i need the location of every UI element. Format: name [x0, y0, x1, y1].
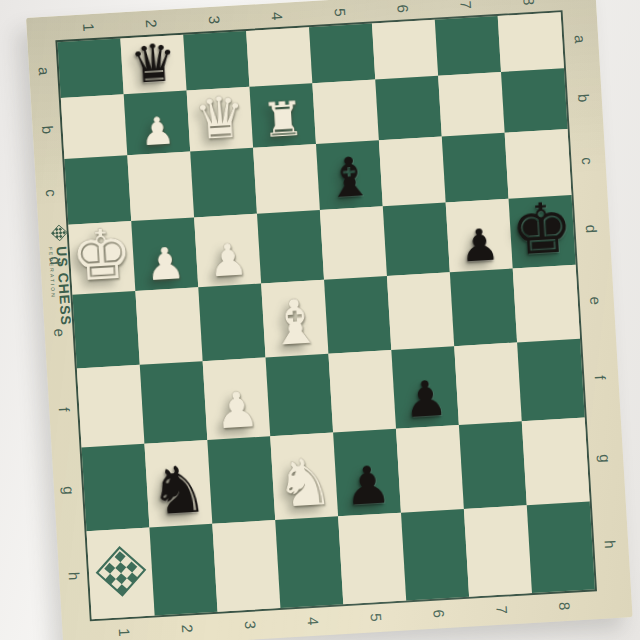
square-b8 — [501, 68, 568, 133]
rank-label-bottom-2: 2 — [178, 624, 195, 633]
rank-label-top-7: 7 — [457, 0, 474, 9]
rank-label-top-6: 6 — [394, 4, 411, 13]
black-king: ♚ — [509, 193, 575, 266]
square-e1 — [72, 291, 139, 369]
square-g2: ♞ — [144, 440, 212, 528]
square-h2 — [149, 524, 217, 616]
square-h7 — [464, 505, 532, 597]
square-c2 — [127, 151, 194, 221]
file-label-left-d: d — [47, 256, 64, 265]
white-pawn: ♟ — [144, 241, 186, 287]
square-g6 — [396, 425, 464, 513]
square-f3: ♟ — [203, 357, 271, 440]
square-a4 — [246, 27, 312, 87]
rank-label-top-4: 4 — [268, 11, 285, 20]
square-e5 — [324, 276, 391, 354]
black-bishop: ♝ — [324, 150, 376, 207]
square-d4 — [257, 210, 324, 284]
black-pawn: ♟ — [402, 374, 449, 426]
square-a8 — [498, 12, 564, 72]
square-c6 — [379, 137, 446, 207]
square-h5 — [338, 513, 406, 605]
chess-board: ♛♟♛♜♝♚♟♟♟♚♝♟♟♞♞♟ — [57, 12, 594, 619]
square-d7: ♟ — [446, 199, 513, 273]
square-e6 — [387, 272, 454, 350]
square-g4: ♞ — [270, 433, 338, 521]
file-label-right-b: b — [575, 93, 592, 102]
square-d6 — [383, 202, 450, 276]
square-h6 — [401, 509, 469, 601]
square-f1 — [77, 365, 145, 448]
square-e7 — [450, 269, 517, 347]
square-h3 — [212, 520, 280, 612]
file-label-left-a: a — [35, 66, 52, 75]
square-b5 — [312, 79, 379, 144]
file-label-left-b: b — [39, 125, 56, 134]
file-label-right-a: a — [571, 34, 588, 43]
square-d1: ♚ — [68, 221, 135, 295]
chess-mat: ♛♟♛♜♝♚♟♟♟♚♝♟♟♞♞♟ US CHESS FEDERATION aab… — [26, 0, 633, 640]
square-d8: ♚ — [509, 195, 576, 269]
white-pawn: ♟ — [214, 385, 261, 437]
square-e8 — [513, 265, 580, 343]
rank-label-bottom-5: 5 — [367, 613, 384, 622]
file-label-right-e: e — [587, 296, 604, 305]
black-pawn: ♟ — [459, 222, 501, 268]
rank-label-top-1: 1 — [79, 23, 96, 32]
square-c3 — [190, 148, 257, 218]
square-a1 — [57, 38, 123, 98]
file-label-right-f: f — [592, 374, 609, 379]
square-a3 — [183, 31, 249, 91]
square-g1 — [82, 444, 150, 532]
square-f6: ♟ — [391, 346, 459, 429]
rank-label-top-5: 5 — [331, 8, 348, 17]
square-g7 — [459, 421, 527, 509]
us-chess-diamond-icon — [47, 224, 69, 242]
square-g8 — [522, 418, 590, 506]
file-label-left-c: c — [43, 189, 60, 197]
square-f4 — [266, 354, 334, 437]
square-e2 — [135, 287, 202, 365]
square-h4 — [275, 516, 343, 608]
square-b4: ♜ — [249, 83, 316, 148]
rank-label-bottom-3: 3 — [241, 620, 258, 629]
white-king: ♚ — [69, 219, 135, 292]
square-h1 — [87, 528, 155, 620]
rank-label-bottom-1: 1 — [115, 628, 132, 637]
file-label-left-f: f — [56, 406, 73, 411]
file-label-left-g: g — [60, 486, 77, 495]
white-bishop: ♝ — [266, 290, 324, 354]
square-b3: ♛ — [187, 87, 254, 152]
square-f7 — [454, 342, 522, 425]
rank-label-bottom-8: 8 — [556, 601, 573, 610]
square-f5 — [328, 350, 396, 433]
rank-label-bottom-6: 6 — [430, 609, 447, 618]
file-label-right-g: g — [596, 454, 613, 463]
square-a6 — [372, 20, 438, 80]
rank-label-top-2: 2 — [142, 19, 159, 28]
square-g3 — [207, 436, 275, 524]
rank-label-top-8: 8 — [520, 0, 537, 6]
square-d2: ♟ — [131, 217, 198, 291]
black-queen: ♛ — [129, 36, 179, 91]
square-f8 — [517, 339, 585, 422]
file-label-right-h: h — [602, 540, 619, 549]
square-d5 — [320, 206, 387, 280]
square-a7 — [435, 16, 501, 76]
white-queen: ♛ — [193, 88, 247, 148]
square-f2 — [140, 361, 208, 444]
square-c7 — [442, 133, 509, 203]
square-g5: ♟ — [333, 429, 401, 517]
square-c4 — [253, 144, 320, 214]
file-label-left-e: e — [51, 328, 68, 337]
rank-label-bottom-4: 4 — [304, 616, 321, 625]
square-d3: ♟ — [194, 214, 261, 288]
us-chess-corner-logo-icon — [93, 544, 148, 603]
square-a2: ♛ — [120, 35, 186, 95]
black-knight: ♞ — [148, 456, 210, 524]
square-b6 — [375, 76, 442, 141]
square-h8 — [527, 501, 595, 593]
square-e3 — [198, 284, 265, 362]
square-b1 — [61, 94, 128, 159]
white-pawn: ♟ — [207, 237, 249, 283]
square-a5 — [309, 23, 375, 83]
square-b2: ♟ — [124, 91, 191, 156]
square-c5: ♝ — [316, 140, 383, 210]
square-e4: ♝ — [261, 280, 328, 358]
rank-label-bottom-7: 7 — [493, 605, 510, 614]
file-label-right-d: d — [583, 224, 600, 233]
black-pawn: ♟ — [343, 458, 393, 513]
rank-label-top-3: 3 — [205, 15, 222, 24]
white-rook: ♜ — [261, 95, 306, 144]
white-pawn: ♟ — [139, 111, 175, 151]
white-knight: ♞ — [274, 449, 336, 517]
square-b7 — [438, 72, 505, 137]
file-label-right-c: c — [579, 157, 596, 165]
file-label-left-h: h — [65, 571, 82, 580]
